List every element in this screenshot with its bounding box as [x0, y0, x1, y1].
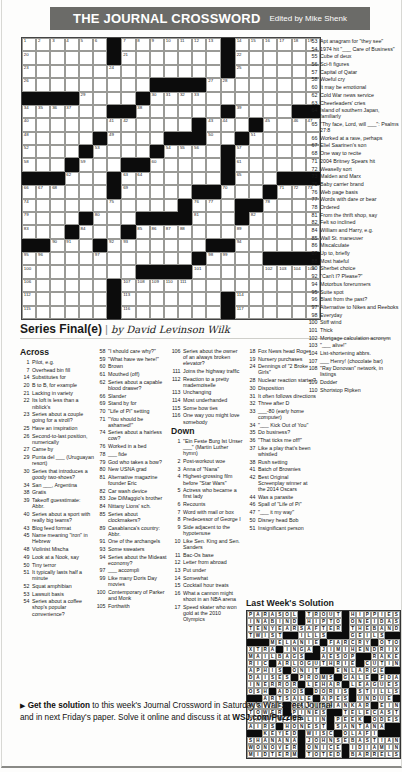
grid-cell[interactable] — [292, 65, 306, 78]
grid-cell[interactable] — [79, 185, 93, 198]
grid-cell[interactable] — [164, 65, 178, 78]
grid-cell[interactable] — [249, 239, 263, 252]
grid-cell[interactable] — [93, 306, 107, 319]
grid-cell[interactable]: 113 — [121, 292, 135, 305]
grid-cell[interactable]: 44 — [221, 118, 235, 131]
grid-cell[interactable] — [249, 105, 263, 118]
grid-cell[interactable]: 18 — [292, 38, 306, 51]
grid-cell[interactable] — [249, 185, 263, 198]
grid-cell[interactable] — [121, 145, 135, 158]
grid-cell[interactable] — [107, 265, 121, 278]
grid-cell[interactable]: 66 — [22, 185, 36, 198]
grid-cell[interactable] — [93, 225, 107, 238]
grid-cell[interactable] — [263, 145, 277, 158]
grid-cell[interactable]: 28 — [221, 78, 235, 91]
grid-cell[interactable] — [79, 118, 93, 131]
grid-cell[interactable]: 65 — [235, 172, 249, 185]
grid-cell[interactable]: 72 — [292, 185, 306, 198]
footer-link[interactable]: WSJ.com/Puzzles. — [232, 713, 303, 722]
grid-cell[interactable]: 99 — [221, 252, 235, 265]
grid-cell[interactable] — [79, 239, 93, 252]
grid-cell[interactable]: 89 — [235, 225, 249, 238]
grid-cell[interactable]: 27 — [206, 78, 220, 91]
grid-cell[interactable] — [221, 225, 235, 238]
grid-cell[interactable] — [79, 65, 93, 78]
grid-cell[interactable] — [121, 265, 135, 278]
grid-cell[interactable]: 26 — [22, 78, 36, 91]
grid-cell[interactable] — [150, 292, 164, 305]
grid-cell[interactable]: 42 — [121, 118, 135, 131]
grid-cell[interactable]: 68 — [50, 185, 64, 198]
grid-cell[interactable] — [235, 265, 249, 278]
grid-cell[interactable] — [178, 51, 192, 64]
grid-cell[interactable]: 115 — [22, 306, 36, 319]
grid-cell[interactable] — [50, 292, 64, 305]
grid-cell[interactable]: 41 — [107, 118, 121, 131]
grid-cell[interactable] — [107, 92, 121, 105]
grid-cell[interactable]: 83 — [22, 225, 36, 238]
grid-cell[interactable] — [65, 185, 79, 198]
grid-cell[interactable] — [277, 118, 291, 131]
grid-cell[interactable]: 112 — [22, 292, 36, 305]
grid-cell[interactable] — [277, 145, 291, 158]
grid-cell[interactable] — [136, 132, 150, 145]
grid-cell[interactable] — [79, 51, 93, 64]
grid-cell[interactable] — [136, 78, 150, 91]
grid-cell[interactable]: 108 — [136, 279, 150, 292]
grid-cell[interactable] — [277, 225, 291, 238]
grid-cell[interactable]: 56 — [192, 145, 206, 158]
grid-cell[interactable] — [50, 78, 64, 91]
grid-cell[interactable] — [249, 306, 263, 319]
grid-cell[interactable] — [121, 132, 135, 145]
grid-cell[interactable]: 109 — [150, 279, 164, 292]
grid-cell[interactable] — [277, 239, 291, 252]
grid-cell[interactable]: 79 — [22, 212, 36, 225]
grid-cell[interactable] — [263, 292, 277, 305]
grid-cell[interactable] — [36, 265, 50, 278]
grid-cell[interactable] — [50, 158, 64, 171]
grid-cell[interactable]: 98 — [206, 252, 220, 265]
grid-cell[interactable] — [249, 172, 263, 185]
grid-cell[interactable] — [292, 225, 306, 238]
grid-cell[interactable] — [221, 279, 235, 292]
grid-cell[interactable]: 17 — [277, 38, 291, 51]
grid-cell[interactable] — [263, 65, 277, 78]
grid-cell[interactable] — [121, 252, 135, 265]
grid-cell[interactable] — [206, 265, 220, 278]
grid-cell[interactable] — [50, 132, 64, 145]
grid-cell[interactable] — [136, 185, 150, 198]
grid-cell[interactable] — [249, 65, 263, 78]
grid-cell[interactable] — [164, 185, 178, 198]
grid-cell[interactable] — [93, 265, 107, 278]
grid-cell[interactable]: 82 — [249, 212, 263, 225]
grid-cell[interactable] — [136, 145, 150, 158]
grid-cell[interactable] — [150, 252, 164, 265]
grid-cell[interactable]: 43 — [206, 118, 220, 131]
grid-cell[interactable] — [150, 132, 164, 145]
grid-cell[interactable]: 13 — [206, 38, 220, 51]
grid-cell[interactable] — [277, 78, 291, 91]
grid-cell[interactable] — [263, 105, 277, 118]
grid-cell[interactable] — [206, 306, 220, 319]
grid-cell[interactable]: 58 — [22, 158, 36, 171]
crossword-grid[interactable]: 1234567891011121314151617181920212223242… — [21, 37, 321, 320]
grid-cell[interactable]: 86 — [150, 225, 164, 238]
grid-cell[interactable] — [164, 239, 178, 252]
grid-cell[interactable] — [192, 51, 206, 64]
grid-cell[interactable]: 16 — [263, 38, 277, 51]
grid-cell[interactable] — [150, 306, 164, 319]
grid-cell[interactable] — [65, 265, 79, 278]
grid-cell[interactable]: 62 — [65, 172, 79, 185]
grid-cell[interactable]: 4 — [65, 38, 79, 51]
grid-cell[interactable]: 59 — [79, 158, 93, 171]
grid-cell[interactable] — [65, 65, 79, 78]
grid-cell[interactable] — [164, 105, 178, 118]
grid-cell[interactable]: 54 — [164, 145, 178, 158]
grid-cell[interactable]: 12 — [192, 38, 206, 51]
grid-cell[interactable] — [249, 92, 263, 105]
grid-cell[interactable]: 77 — [206, 199, 220, 212]
grid-cell[interactable] — [79, 292, 93, 305]
grid-cell[interactable] — [263, 212, 277, 225]
grid-cell[interactable] — [206, 212, 220, 225]
grid-cell[interactable] — [292, 92, 306, 105]
grid-cell[interactable] — [263, 306, 277, 319]
grid-cell[interactable] — [107, 212, 121, 225]
grid-cell[interactable] — [136, 239, 150, 252]
grid-cell[interactable] — [164, 51, 178, 64]
grid-cell[interactable] — [121, 212, 135, 225]
grid-cell[interactable] — [93, 51, 107, 64]
grid-cell[interactable]: 30 — [150, 92, 164, 105]
grid-cell[interactable]: 15 — [249, 38, 263, 51]
grid-cell[interactable] — [136, 118, 150, 131]
grid-cell[interactable]: 53 — [93, 145, 107, 158]
grid-cell[interactable]: 38 — [136, 105, 150, 118]
grid-cell[interactable] — [136, 51, 150, 64]
grid-cell[interactable] — [136, 199, 150, 212]
grid-cell[interactable] — [221, 92, 235, 105]
grid-cell[interactable] — [36, 199, 50, 212]
grid-cell[interactable] — [235, 92, 249, 105]
grid-cell[interactable] — [93, 65, 107, 78]
grid-cell[interactable] — [65, 118, 79, 131]
grid-cell[interactable] — [93, 185, 107, 198]
grid-cell[interactable] — [107, 78, 121, 91]
grid-cell[interactable]: 71 — [277, 185, 291, 198]
grid-cell[interactable] — [277, 279, 291, 292]
grid-cell[interactable] — [263, 172, 277, 185]
grid-cell[interactable] — [121, 78, 135, 91]
grid-cell[interactable] — [36, 78, 50, 91]
grid-cell[interactable]: 103 — [277, 265, 291, 278]
grid-cell[interactable] — [65, 51, 79, 64]
grid-cell[interactable] — [164, 172, 178, 185]
grid-cell[interactable] — [249, 279, 263, 292]
grid-cell[interactable] — [93, 199, 107, 212]
grid-cell[interactable]: 92 — [107, 239, 121, 252]
grid-cell[interactable] — [206, 279, 220, 292]
grid-cell[interactable] — [164, 252, 178, 265]
grid-cell[interactable]: 1 — [22, 38, 36, 51]
grid-cell[interactable] — [65, 199, 79, 212]
grid-cell[interactable] — [192, 279, 206, 292]
grid-cell[interactable] — [50, 145, 64, 158]
grid-cell[interactable] — [93, 158, 107, 171]
grid-cell[interactable] — [277, 306, 291, 319]
grid-cell[interactable] — [93, 118, 107, 131]
grid-cell[interactable] — [249, 158, 263, 171]
grid-cell[interactable]: 22 — [235, 51, 249, 64]
grid-cell[interactable] — [164, 292, 178, 305]
grid-cell[interactable] — [50, 212, 64, 225]
grid-cell[interactable] — [249, 51, 263, 64]
grid-cell[interactable] — [93, 172, 107, 185]
grid-cell[interactable]: 104 — [292, 265, 306, 278]
grid-cell[interactable] — [121, 65, 135, 78]
grid-cell[interactable] — [36, 279, 50, 292]
grid-cell[interactable] — [292, 239, 306, 252]
grid-cell[interactable] — [79, 306, 93, 319]
grid-cell[interactable] — [178, 118, 192, 131]
grid-cell[interactable]: 31 — [164, 92, 178, 105]
grid-cell[interactable] — [277, 132, 291, 145]
grid-cell[interactable] — [263, 92, 277, 105]
grid-cell[interactable] — [249, 225, 263, 238]
grid-cell[interactable]: 55 — [178, 145, 192, 158]
grid-cell[interactable]: 39 — [235, 105, 249, 118]
grid-cell[interactable] — [178, 239, 192, 252]
grid-cell[interactable] — [192, 105, 206, 118]
grid-cell[interactable] — [277, 51, 291, 64]
grid-cell[interactable] — [292, 158, 306, 171]
grid-cell[interactable]: 114 — [235, 292, 249, 305]
grid-cell[interactable] — [292, 279, 306, 292]
grid-cell[interactable]: 85 — [136, 225, 150, 238]
grid-cell[interactable] — [36, 225, 50, 238]
grid-cell[interactable]: 110 — [164, 279, 178, 292]
grid-cell[interactable] — [93, 279, 107, 292]
grid-cell[interactable]: 7 — [121, 38, 135, 51]
grid-cell[interactable] — [93, 78, 107, 91]
grid-cell[interactable] — [36, 158, 50, 171]
grid-cell[interactable]: 96 — [36, 252, 50, 265]
grid-cell[interactable] — [178, 306, 192, 319]
grid-cell[interactable] — [36, 292, 50, 305]
grid-cell[interactable]: 49 — [107, 132, 121, 145]
grid-cell[interactable] — [277, 199, 291, 212]
grid-cell[interactable] — [206, 51, 220, 64]
grid-cell[interactable] — [277, 92, 291, 105]
grid-cell[interactable] — [263, 239, 277, 252]
grid-cell[interactable] — [136, 292, 150, 305]
grid-cell[interactable] — [292, 132, 306, 145]
grid-cell[interactable] — [65, 145, 79, 158]
grid-cell[interactable]: 11 — [178, 38, 192, 51]
grid-cell[interactable] — [36, 51, 50, 64]
grid-cell[interactable] — [206, 65, 220, 78]
grid-cell[interactable] — [277, 158, 291, 171]
grid-cell[interactable] — [164, 306, 178, 319]
grid-cell[interactable]: 107 — [121, 279, 135, 292]
grid-cell[interactable]: 81 — [192, 212, 206, 225]
grid-cell[interactable] — [263, 225, 277, 238]
grid-cell[interactable] — [277, 212, 291, 225]
grid-cell[interactable] — [150, 239, 164, 252]
grid-cell[interactable] — [36, 306, 50, 319]
grid-cell[interactable] — [164, 118, 178, 131]
grid-cell[interactable]: 100 — [22, 265, 36, 278]
grid-cell[interactable] — [178, 158, 192, 171]
grid-cell[interactable] — [221, 212, 235, 225]
grid-cell[interactable] — [36, 118, 50, 131]
grid-cell[interactable]: 64 — [136, 172, 150, 185]
grid-cell[interactable]: 88 — [178, 225, 192, 238]
grid-cell[interactable]: 5 — [79, 38, 93, 51]
grid-cell[interactable] — [192, 65, 206, 78]
grid-cell[interactable] — [221, 199, 235, 212]
grid-cell[interactable] — [178, 185, 192, 198]
grid-cell[interactable]: 51 — [249, 132, 263, 145]
grid-cell[interactable] — [235, 118, 249, 131]
grid-cell[interactable] — [79, 199, 93, 212]
grid-cell[interactable] — [79, 105, 93, 118]
grid-cell[interactable] — [79, 78, 93, 91]
grid-cell[interactable]: 3 — [50, 38, 64, 51]
grid-cell[interactable] — [292, 292, 306, 305]
grid-cell[interactable] — [50, 199, 64, 212]
grid-cell[interactable] — [235, 78, 249, 91]
grid-cell[interactable] — [79, 132, 93, 145]
grid-cell[interactable] — [50, 306, 64, 319]
grid-cell[interactable] — [178, 105, 192, 118]
grid-cell[interactable]: 14 — [235, 38, 249, 51]
grid-cell[interactable]: 21 — [121, 51, 135, 64]
grid-cell[interactable]: 57 — [235, 145, 249, 158]
grid-cell[interactable] — [107, 252, 121, 265]
grid-cell[interactable]: 48 — [22, 132, 36, 145]
grid-cell[interactable] — [50, 118, 64, 131]
grid-cell[interactable] — [206, 145, 220, 158]
grid-cell[interactable]: 67 — [36, 185, 50, 198]
grid-cell[interactable] — [93, 92, 107, 105]
grid-cell[interactable]: 60 — [150, 158, 164, 171]
grid-cell[interactable] — [277, 105, 291, 118]
grid-cell[interactable] — [150, 51, 164, 64]
grid-cell[interactable] — [192, 225, 206, 238]
grid-cell[interactable]: 116 — [121, 306, 135, 319]
grid-cell[interactable] — [136, 306, 150, 319]
grid-cell[interactable] — [178, 172, 192, 185]
grid-cell[interactable]: 37 — [65, 105, 79, 118]
grid-cell[interactable]: 50 — [206, 132, 220, 145]
grid-cell[interactable] — [235, 252, 249, 265]
grid-cell[interactable]: 106 — [22, 279, 36, 292]
grid-cell[interactable]: 35 — [36, 105, 50, 118]
grid-cell[interactable] — [277, 65, 291, 78]
grid-cell[interactable] — [249, 252, 263, 265]
grid-cell[interactable] — [192, 306, 206, 319]
grid-cell[interactable]: 61 — [235, 158, 249, 171]
grid-cell[interactable] — [93, 105, 107, 118]
grid-cell[interactable] — [292, 212, 306, 225]
grid-cell[interactable] — [164, 158, 178, 171]
grid-cell[interactable] — [65, 292, 79, 305]
grid-cell[interactable]: 76 — [192, 199, 206, 212]
grid-cell[interactable]: 97 — [93, 252, 107, 265]
grid-cell[interactable] — [192, 158, 206, 171]
grid-cell[interactable] — [65, 306, 79, 319]
grid-cell[interactable]: 33 — [192, 92, 206, 105]
grid-cell[interactable] — [65, 78, 79, 91]
grid-cell[interactable]: 75 — [107, 199, 121, 212]
grid-cell[interactable] — [36, 65, 50, 78]
grid-cell[interactable] — [121, 92, 135, 105]
grid-cell[interactable]: 78 — [263, 199, 277, 212]
grid-cell[interactable] — [136, 252, 150, 265]
grid-cell[interactable] — [136, 65, 150, 78]
grid-cell[interactable] — [178, 292, 192, 305]
grid-cell[interactable]: 40 — [22, 118, 36, 131]
grid-cell[interactable] — [150, 199, 164, 212]
grid-cell[interactable]: 94 — [235, 239, 249, 252]
grid-cell[interactable] — [36, 132, 50, 145]
grid-cell[interactable]: 6 — [93, 38, 107, 51]
grid-cell[interactable]: 74 — [22, 199, 36, 212]
grid-cell[interactable] — [206, 105, 220, 118]
grid-cell[interactable]: 69 — [121, 185, 135, 198]
grid-cell[interactable] — [36, 145, 50, 158]
grid-cell[interactable] — [263, 78, 277, 91]
grid-cell[interactable] — [292, 78, 306, 91]
grid-cell[interactable] — [206, 172, 220, 185]
grid-cell[interactable] — [65, 279, 79, 292]
grid-cell[interactable] — [206, 225, 220, 238]
grid-cell[interactable]: 117 — [235, 306, 249, 319]
grid-cell[interactable] — [263, 132, 277, 145]
grid-cell[interactable]: 24 — [107, 65, 121, 78]
grid-cell[interactable] — [292, 306, 306, 319]
grid-cell[interactable]: 10 — [164, 38, 178, 51]
grid-cell[interactable] — [50, 51, 64, 64]
grid-cell[interactable] — [235, 279, 249, 292]
grid-cell[interactable]: 70 — [221, 185, 235, 198]
grid-cell[interactable]: 52 — [22, 145, 36, 158]
grid-cell[interactable] — [277, 292, 291, 305]
grid-cell[interactable] — [192, 239, 206, 252]
grid-cell[interactable]: 23 — [22, 65, 36, 78]
grid-cell[interactable] — [79, 265, 93, 278]
grid-cell[interactable] — [79, 252, 93, 265]
grid-cell[interactable]: 63 — [121, 172, 135, 185]
grid-cell[interactable] — [206, 92, 220, 105]
grid-cell[interactable] — [150, 105, 164, 118]
grid-cell[interactable]: 91 — [65, 239, 79, 252]
grid-cell[interactable] — [150, 118, 164, 131]
grid-cell[interactable] — [50, 252, 64, 265]
grid-cell[interactable] — [192, 292, 206, 305]
grid-cell[interactable] — [150, 185, 164, 198]
grid-cell[interactable] — [107, 158, 121, 171]
grid-cell[interactable] — [79, 172, 93, 185]
grid-cell[interactable]: 93 — [121, 239, 135, 252]
grid-cell[interactable] — [107, 145, 121, 158]
grid-cell[interactable] — [50, 279, 64, 292]
grid-cell[interactable]: 8 — [136, 38, 150, 51]
